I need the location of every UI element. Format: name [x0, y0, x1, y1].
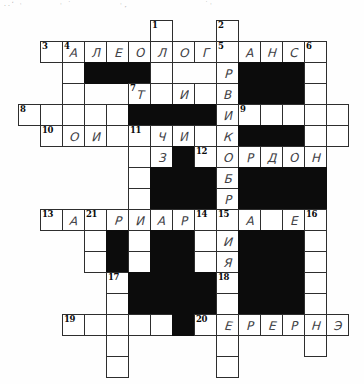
- cell-r5c5[interactable]: 11: [128, 125, 151, 147]
- cell-r14c6[interactable]: [150, 314, 173, 336]
- cell-r7c9[interactable]: Б: [216, 167, 239, 189]
- pencil-letter: Е: [267, 319, 275, 333]
- black-cell-r12c11: [260, 272, 283, 294]
- black-cell-r12c7: [172, 272, 195, 294]
- cell-r1c6[interactable]: Л: [150, 41, 173, 63]
- black-cell-r13c12: [282, 293, 305, 315]
- cell-r14c11[interactable]: Е: [260, 314, 283, 336]
- black-cell-r2c5: [128, 62, 151, 84]
- clue-number-14: 14: [196, 209, 207, 219]
- clue-number-3: 3: [42, 41, 47, 51]
- cell-r4c2[interactable]: [62, 104, 85, 126]
- black-cell-r8c8: [194, 188, 217, 210]
- black-cell-r2c3: [84, 62, 107, 84]
- cell-r11c5[interactable]: [128, 251, 151, 273]
- clue-number-16: 16: [306, 209, 317, 219]
- clue-number-11: 11: [130, 125, 141, 135]
- pencil-letter: Р: [224, 67, 231, 81]
- cell-r6c10[interactable]: Р: [238, 146, 261, 168]
- pencil-letter: О: [223, 151, 233, 165]
- cell-r9c13[interactable]: 16: [304, 209, 327, 231]
- black-cell-r10c10: [238, 230, 261, 252]
- pencil-letter: Б: [223, 172, 231, 186]
- cell-r1c9[interactable]: 5: [216, 41, 239, 63]
- cell-r3c13[interactable]: [304, 83, 327, 105]
- black-cell-r5c10: [238, 125, 261, 147]
- clue-number-15: 15: [218, 209, 229, 219]
- cell-r9c9[interactable]: 15: [216, 209, 239, 231]
- black-cell-r8c13: [304, 188, 327, 210]
- cell-r6c12[interactable]: О: [282, 146, 305, 168]
- cell-r14c8[interactable]: 20: [194, 314, 217, 336]
- cell-r4c9[interactable]: И: [216, 104, 239, 126]
- cell-r11c3[interactable]: [84, 251, 107, 273]
- clue-number-2: 2: [218, 20, 223, 30]
- cell-r3c2[interactable]: [62, 83, 85, 105]
- black-cell-r3c12: [282, 83, 305, 105]
- cell-r5c9[interactable]: К: [216, 125, 239, 147]
- black-cell-r11c12: [282, 251, 305, 273]
- clue-number-17: 17: [108, 272, 119, 282]
- cell-r4c13[interactable]: [304, 104, 327, 126]
- black-cell-r7c7: [172, 167, 195, 189]
- cell-r1c1[interactable]: 3: [40, 41, 63, 63]
- crossword-board: ..’ ·· ˙·¸˙·1234АЛЕОЛОГ5АНС6Р7ТИВ8И910ОИ…: [0, 0, 364, 384]
- black-cell-r6c7: [172, 146, 195, 168]
- pencil-letter: Р: [224, 193, 232, 207]
- black-cell-r12c6: [150, 272, 173, 294]
- black-cell-r7c13: [304, 167, 327, 189]
- cell-r6c9[interactable]: О: [216, 146, 239, 168]
- black-cell-r10c11: [260, 230, 283, 252]
- pencil-letter: Р: [114, 214, 122, 228]
- clue-number-13: 13: [42, 209, 53, 219]
- cell-r1c3[interactable]: Л: [84, 41, 107, 63]
- cell-r12c4[interactable]: 17: [106, 272, 129, 294]
- pencil-letter: Р: [246, 319, 253, 333]
- black-cell-r5c11: [260, 125, 283, 147]
- black-cell-r13c5: [128, 293, 151, 315]
- clue-number-19: 19: [64, 314, 75, 324]
- cell-r9c4[interactable]: Р: [106, 209, 129, 231]
- pencil-letter: Н: [267, 46, 277, 60]
- black-cell-r10c12: [282, 230, 305, 252]
- black-cell-r12c10: [238, 272, 261, 294]
- cell-r5c1[interactable]: 10: [40, 125, 63, 147]
- cell-r16c9[interactable]: [216, 356, 239, 378]
- black-cell-r11c4: [106, 251, 129, 273]
- black-cell-r7c10: [238, 167, 261, 189]
- cell-r10c5[interactable]: [128, 230, 151, 252]
- pencil-letter: А: [157, 214, 166, 228]
- black-cell-r7c11: [260, 167, 283, 189]
- black-cell-r2c10: [238, 62, 261, 84]
- black-cell-r7c12: [282, 167, 305, 189]
- clue-number-5: 5: [218, 41, 223, 51]
- black-cell-r11c6: [150, 251, 173, 273]
- cell-r14c14[interactable]: Э: [326, 314, 349, 336]
- scan-noise-mark: ..’ ·: [4, 0, 24, 7]
- clue-number-10: 10: [42, 125, 53, 135]
- cell-r4c4[interactable]: [106, 104, 129, 126]
- cell-r3c8[interactable]: [194, 83, 217, 105]
- clue-number-4: 4: [64, 41, 69, 51]
- pencil-letter: Я: [223, 256, 232, 270]
- clue-number-12: 12: [196, 146, 207, 156]
- black-cell-r12c12: [282, 272, 305, 294]
- pencil-letter: Э: [333, 319, 342, 333]
- black-cell-r5c12: [282, 125, 305, 147]
- cell-r2c13[interactable]: [304, 62, 327, 84]
- black-cell-r11c7: [172, 251, 195, 273]
- cell-r1c12[interactable]: С: [282, 41, 305, 63]
- pencil-letter: И: [179, 88, 188, 102]
- cell-r6c13[interactable]: Н: [304, 146, 327, 168]
- pencil-letter: О: [134, 46, 144, 61]
- cell-r9c12[interactable]: Е: [282, 209, 305, 231]
- cell-r1c7[interactable]: О: [172, 41, 195, 63]
- black-cell-r10c6: [150, 230, 173, 252]
- cell-r14c5[interactable]: [128, 314, 151, 336]
- clue-number-7: 7: [130, 83, 135, 93]
- cell-r10c3[interactable]: [84, 230, 107, 252]
- pencil-letter: А: [69, 46, 78, 60]
- cell-r8c5[interactable]: [128, 188, 151, 210]
- pencil-letter: И: [179, 130, 189, 145]
- pencil-letter: О: [178, 46, 188, 61]
- cell-r1c2[interactable]: 4А: [62, 41, 85, 63]
- black-cell-r2c11: [260, 62, 283, 84]
- cell-r13c4[interactable]: [106, 293, 129, 315]
- cell-r1c4[interactable]: Е: [106, 41, 129, 63]
- black-cell-r13c6: [150, 293, 173, 315]
- cell-r1c5[interactable]: О: [128, 41, 151, 63]
- cell-r0c9[interactable]: 2: [216, 20, 239, 42]
- cell-r14c2[interactable]: 19: [62, 314, 85, 336]
- cell-r4c0[interactable]: 8: [18, 104, 41, 126]
- clue-number-9: 9: [240, 104, 245, 114]
- cell-r1c8[interactable]: Г: [194, 41, 217, 63]
- pencil-letter: Г: [202, 46, 210, 60]
- cell-r4c14[interactable]: [326, 104, 349, 126]
- cell-r9c2[interactable]: А: [62, 209, 85, 231]
- black-cell-r12c5: [128, 272, 151, 294]
- black-cell-r11c11: [260, 251, 283, 273]
- cell-r15c9[interactable]: [216, 335, 239, 357]
- pencil-letter: А: [245, 46, 254, 60]
- cell-r5c7[interactable]: И: [172, 125, 195, 147]
- cell-r14c10[interactable]: Р: [238, 314, 261, 336]
- cell-r4c11[interactable]: [260, 104, 283, 126]
- cell-r15c4[interactable]: [106, 335, 129, 357]
- pencil-letter: Л: [91, 46, 101, 60]
- cell-r2c6[interactable]: [150, 62, 173, 84]
- black-cell-r8c6: [150, 188, 173, 210]
- pencil-letter: Р: [246, 151, 254, 165]
- pencil-letter: З: [158, 151, 166, 165]
- black-cell-r13c7: [172, 293, 195, 315]
- cell-r4c10[interactable]: 9: [238, 104, 261, 126]
- cell-r5c3[interactable]: И: [84, 125, 107, 147]
- cell-r9c6[interactable]: А: [150, 209, 173, 231]
- clue-number-18: 18: [218, 272, 229, 282]
- cell-r6c11[interactable]: Д: [260, 146, 283, 168]
- cell-r11c8[interactable]: [194, 251, 217, 273]
- cell-r12c9[interactable]: 18: [216, 272, 239, 294]
- black-cell-r8c10: [238, 188, 261, 210]
- black-cell-r3c10: [238, 83, 261, 105]
- pencil-letter: Л: [157, 46, 166, 60]
- black-cell-r13c8: [194, 293, 217, 315]
- pencil-letter: И: [135, 214, 144, 228]
- scan-noise-mark: · ˙: [60, 0, 73, 7]
- scan-noise-mark: ·¸: [120, 0, 129, 7]
- pencil-letter: И: [223, 109, 233, 123]
- clue-number-21: 21: [86, 209, 97, 219]
- cell-r3c9[interactable]: В: [216, 83, 239, 105]
- cell-r15c13[interactable]: [304, 335, 327, 357]
- cell-r9c7[interactable]: Р: [172, 209, 195, 231]
- cell-r5c2[interactable]: О: [62, 125, 85, 147]
- clue-number-8: 8: [20, 104, 25, 114]
- pencil-letter: К: [223, 130, 232, 145]
- black-cell-r10c4: [106, 230, 129, 252]
- black-cell-r8c7: [172, 188, 195, 210]
- cell-r14c12[interactable]: Р: [282, 314, 305, 336]
- cell-r9c8[interactable]: 14: [194, 209, 217, 231]
- cell-r10c13[interactable]: [304, 230, 327, 252]
- pencil-letter: И: [223, 235, 233, 249]
- pencil-letter: Р: [180, 214, 188, 228]
- cell-r4c3[interactable]: [84, 104, 107, 126]
- black-cell-r11c10: [238, 251, 261, 273]
- cell-r3c5[interactable]: 7Т: [128, 83, 151, 105]
- black-cell-r7c6: [150, 167, 173, 189]
- black-cell-r2c4: [106, 62, 129, 84]
- cell-r12c13[interactable]: [304, 272, 327, 294]
- cell-r10c8[interactable]: [194, 230, 217, 252]
- cell-r16c4[interactable]: [106, 356, 129, 378]
- cell-r2c2[interactable]: [62, 62, 85, 84]
- cell-r4c1[interactable]: [40, 104, 63, 126]
- pencil-letter: О: [68, 130, 78, 144]
- pencil-letter: А: [69, 214, 78, 229]
- black-cell-r4c7: [172, 104, 195, 126]
- pencil-letter: Н: [311, 319, 321, 333]
- cell-r9c1[interactable]: 13: [40, 209, 63, 231]
- cell-r13c9[interactable]: [216, 293, 239, 315]
- cell-r6c5[interactable]: [128, 146, 151, 168]
- cell-r10c9[interactable]: И: [216, 230, 239, 252]
- pencil-letter: Н: [311, 151, 320, 165]
- cell-r6c8[interactable]: 12: [194, 146, 217, 168]
- black-cell-r13c10: [238, 293, 261, 315]
- cell-r14c9[interactable]: Е: [216, 314, 239, 336]
- cell-r6c6[interactable]: З: [150, 146, 173, 168]
- pencil-letter: И: [91, 130, 100, 144]
- cell-r1c10[interactable]: А: [238, 41, 261, 63]
- scan-noise-mark: ˙·: [205, 0, 214, 7]
- pencil-letter: С: [289, 46, 298, 60]
- cell-r5c8[interactable]: [194, 125, 217, 147]
- pencil-letter: Е: [114, 46, 122, 60]
- pencil-letter: О: [288, 151, 298, 166]
- cell-r9c3[interactable]: 21: [84, 209, 107, 231]
- cell-r14c3[interactable]: [84, 314, 107, 336]
- black-cell-r4c6: [150, 104, 173, 126]
- cell-r5c13[interactable]: [304, 125, 327, 147]
- black-cell-r8c11: [260, 188, 283, 210]
- cell-r3c6[interactable]: [150, 83, 173, 105]
- pencil-letter: А: [245, 214, 253, 228]
- cell-r5c14[interactable]: [326, 125, 349, 147]
- cell-r9c11[interactable]: [260, 209, 283, 231]
- cell-r0c6[interactable]: 1: [150, 20, 173, 42]
- black-cell-r3c11: [260, 83, 283, 105]
- black-cell-r4c5: [128, 104, 151, 126]
- pencil-letter: Ч: [157, 130, 165, 144]
- black-cell-r4c8: [194, 104, 217, 126]
- black-cell-r13c11: [260, 293, 283, 315]
- cell-r13c13[interactable]: [304, 293, 327, 315]
- scanned-crossword-page: ..’ ·· ˙·¸˙·1234АЛЕОЛОГ5АНС6Р7ТИВ8И910ОИ…: [0, 0, 364, 384]
- cell-r5c4[interactable]: [106, 125, 129, 147]
- black-cell-r10c7: [172, 230, 195, 252]
- cell-r14c13[interactable]: Н: [304, 314, 327, 336]
- cell-r7c5[interactable]: [128, 167, 151, 189]
- cell-r3c7[interactable]: И: [172, 83, 195, 105]
- pencil-letter: В: [223, 88, 231, 102]
- cell-r5c6[interactable]: Ч: [150, 125, 173, 147]
- pencil-letter: Е: [290, 214, 298, 228]
- cell-r14c4[interactable]: [106, 314, 129, 336]
- pencil-letter: Е: [223, 319, 232, 333]
- black-cell-r12c8: [194, 272, 217, 294]
- black-cell-r14c7: [172, 314, 195, 336]
- black-cell-r2c12: [282, 62, 305, 84]
- black-cell-r8c12: [282, 188, 305, 210]
- clue-number-1: 1: [152, 20, 157, 30]
- pencil-letter: Т: [136, 88, 144, 102]
- black-cell-r7c8: [194, 167, 217, 189]
- clue-number-6: 6: [306, 41, 311, 51]
- clue-number-20: 20: [196, 314, 207, 324]
- cell-r8c9[interactable]: Р: [216, 188, 239, 210]
- cell-r1c13[interactable]: 6: [304, 41, 327, 63]
- cell-r11c9[interactable]: Я: [216, 251, 239, 273]
- cell-r1c11[interactable]: Н: [260, 41, 283, 63]
- cell-r4c12[interactable]: [282, 104, 305, 126]
- cell-r11c13[interactable]: [304, 251, 327, 273]
- cell-r2c9[interactable]: Р: [216, 62, 239, 84]
- cell-r9c5[interactable]: И: [128, 209, 151, 231]
- pencil-letter: Д: [267, 151, 277, 165]
- pencil-letter: Р: [290, 319, 298, 333]
- cell-r9c10[interactable]: А: [238, 209, 261, 231]
